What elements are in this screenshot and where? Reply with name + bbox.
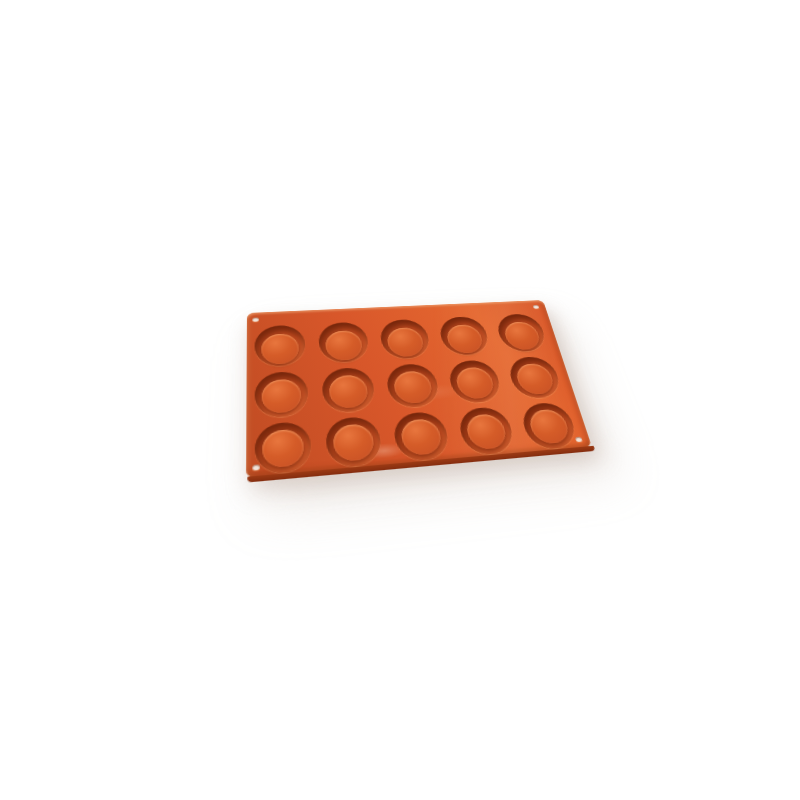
mold-cavity-r1c5 — [494, 313, 549, 352]
cavity-floor — [454, 366, 496, 399]
cavity-floor — [325, 330, 364, 361]
cavity-floor — [514, 362, 557, 394]
cavity-floor — [386, 327, 426, 358]
photo-background — [0, 0, 800, 800]
hanging-hole-3 — [252, 464, 260, 470]
mold-cavity-r1c3 — [378, 319, 431, 360]
silicone-mold — [246, 300, 592, 478]
mold-cavity-r1c4 — [437, 316, 491, 356]
cavity-floor — [261, 333, 299, 365]
cavity-floor — [332, 423, 375, 462]
mold-cavity-r3c5 — [519, 402, 580, 451]
mold-cavity-r2c5 — [506, 355, 564, 399]
cavity-floor — [262, 378, 302, 414]
cavity-floor — [262, 428, 305, 468]
mold-cavity-r3c1 — [255, 421, 312, 475]
cavity-floor — [502, 321, 543, 350]
mold-cavity-r2c3 — [385, 362, 441, 408]
mold-cavity-r3c4 — [456, 406, 516, 456]
cavity-floor — [464, 413, 509, 450]
mold-cavity-r2c4 — [446, 359, 503, 404]
cavity-floor — [328, 374, 369, 409]
mold-cavity-r2c2 — [321, 366, 376, 413]
mold-cavity-r1c2 — [318, 321, 371, 363]
cavity-floor — [399, 418, 443, 456]
cavity-floor — [392, 370, 434, 404]
mold-cavity-r1c1 — [255, 324, 307, 367]
hanging-hole-1 — [252, 317, 258, 321]
cavity-floor — [527, 409, 572, 445]
mold-cavity-r3c3 — [392, 411, 452, 462]
hanging-hole-4 — [575, 437, 583, 443]
hanging-hole-2 — [533, 305, 540, 309]
cavity-floor — [445, 324, 485, 354]
mold-cavity-r3c2 — [325, 416, 384, 469]
mold-cavity-r2c1 — [255, 370, 309, 418]
